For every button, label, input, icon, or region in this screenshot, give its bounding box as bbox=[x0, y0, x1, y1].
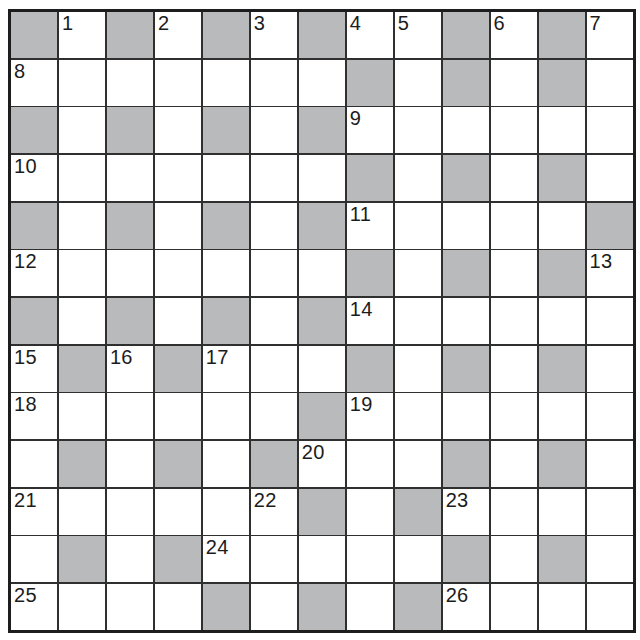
cell-r11c2[interactable] bbox=[59, 489, 105, 535]
cell-r7c9[interactable] bbox=[395, 298, 441, 344]
clue-number-9: 9 bbox=[350, 108, 361, 129]
cell-r12c3[interactable] bbox=[107, 536, 153, 582]
cell-r10c9[interactable] bbox=[395, 441, 441, 487]
clue-number-14: 14 bbox=[350, 299, 373, 320]
cell-r7c12[interactable] bbox=[539, 298, 585, 344]
cell-r12c13[interactable] bbox=[587, 536, 633, 582]
clue-number-24: 24 bbox=[206, 537, 229, 558]
cell-r4c9[interactable] bbox=[395, 155, 441, 201]
cell-r3c13[interactable] bbox=[587, 107, 633, 153]
cell-r11c8[interactable] bbox=[347, 489, 393, 535]
cell-r9c4[interactable] bbox=[155, 393, 201, 439]
cell-r6c5[interactable] bbox=[203, 250, 249, 296]
cell-r11c13[interactable] bbox=[587, 489, 633, 535]
cell-r9c8[interactable]: 19 bbox=[347, 393, 393, 439]
clue-number-4: 4 bbox=[350, 13, 361, 34]
cell-r7c13[interactable] bbox=[587, 298, 633, 344]
cell-r7c10[interactable] bbox=[443, 298, 489, 344]
block-cell-r10c10 bbox=[443, 441, 489, 487]
cell-r5c4[interactable] bbox=[155, 203, 201, 249]
clue-number-2: 2 bbox=[158, 13, 169, 34]
block-cell-r12c10 bbox=[443, 536, 489, 582]
cell-r13c6[interactable] bbox=[251, 584, 297, 630]
cell-r12c5[interactable]: 24 bbox=[203, 536, 249, 582]
block-cell-r8c10 bbox=[443, 346, 489, 392]
cell-r4c4[interactable] bbox=[155, 155, 201, 201]
cell-r10c8[interactable] bbox=[347, 441, 393, 487]
cell-r12c9[interactable] bbox=[395, 536, 441, 582]
cell-r7c4[interactable] bbox=[155, 298, 201, 344]
block-cell-r8c12 bbox=[539, 346, 585, 392]
cell-r7c8[interactable]: 14 bbox=[347, 298, 393, 344]
cell-r13c4[interactable] bbox=[155, 584, 201, 630]
cell-r12c7[interactable] bbox=[299, 536, 345, 582]
cell-r8c7[interactable] bbox=[299, 346, 345, 392]
block-cell-r1c1 bbox=[11, 12, 57, 58]
block-cell-r6c10 bbox=[443, 250, 489, 296]
cell-r11c11[interactable] bbox=[491, 489, 537, 535]
cell-r6c6[interactable] bbox=[251, 250, 297, 296]
clue-number-20: 20 bbox=[302, 442, 325, 463]
crossword-grid: 1234567891011121314151617181920212223242… bbox=[8, 9, 636, 633]
cell-r4c5[interactable] bbox=[203, 155, 249, 201]
cell-r4c6[interactable] bbox=[251, 155, 297, 201]
block-cell-r3c1 bbox=[11, 107, 57, 153]
cell-r10c7[interactable]: 20 bbox=[299, 441, 345, 487]
cell-r2c4[interactable] bbox=[155, 60, 201, 106]
cell-r1c8[interactable]: 4 bbox=[347, 12, 393, 58]
clue-number-15: 15 bbox=[14, 347, 37, 368]
block-cell-r2c8 bbox=[347, 60, 393, 106]
clue-number-5: 5 bbox=[398, 13, 409, 34]
cell-r9c3[interactable] bbox=[107, 393, 153, 439]
cell-r5c2[interactable] bbox=[59, 203, 105, 249]
cell-r8c1[interactable]: 15 bbox=[11, 346, 57, 392]
clue-number-1: 1 bbox=[62, 13, 73, 34]
cell-r3c12[interactable] bbox=[539, 107, 585, 153]
cell-r5c10[interactable] bbox=[443, 203, 489, 249]
clue-number-8: 8 bbox=[14, 61, 25, 82]
cell-r13c11[interactable] bbox=[491, 584, 537, 630]
cell-r11c5[interactable] bbox=[203, 489, 249, 535]
cell-r7c11[interactable] bbox=[491, 298, 537, 344]
cell-r5c8[interactable]: 11 bbox=[347, 203, 393, 249]
cell-r1c11[interactable]: 6 bbox=[491, 12, 537, 58]
cell-r8c11[interactable] bbox=[491, 346, 537, 392]
block-cell-r10c4 bbox=[155, 441, 201, 487]
cell-r13c13[interactable] bbox=[587, 584, 633, 630]
block-cell-r8c4 bbox=[155, 346, 201, 392]
block-cell-r13c7 bbox=[299, 584, 345, 630]
block-cell-r7c7 bbox=[299, 298, 345, 344]
cell-r10c1[interactable] bbox=[11, 441, 57, 487]
block-cell-r7c5 bbox=[203, 298, 249, 344]
block-cell-r8c8 bbox=[347, 346, 393, 392]
cell-r7c6[interactable] bbox=[251, 298, 297, 344]
cell-r9c9[interactable] bbox=[395, 393, 441, 439]
block-cell-r5c3 bbox=[107, 203, 153, 249]
cell-r6c3[interactable] bbox=[107, 250, 153, 296]
cell-r10c11[interactable] bbox=[491, 441, 537, 487]
cell-r5c6[interactable] bbox=[251, 203, 297, 249]
cell-r6c7[interactable] bbox=[299, 250, 345, 296]
clue-number-22: 22 bbox=[254, 490, 277, 511]
cell-r10c13[interactable] bbox=[587, 441, 633, 487]
cell-r11c12[interactable] bbox=[539, 489, 585, 535]
cell-r9c13[interactable] bbox=[587, 393, 633, 439]
clue-number-19: 19 bbox=[350, 394, 373, 415]
cell-r3c8[interactable]: 9 bbox=[347, 107, 393, 153]
block-cell-r4c8 bbox=[347, 155, 393, 201]
block-cell-r2c12 bbox=[539, 60, 585, 106]
clue-number-26: 26 bbox=[446, 585, 469, 606]
block-cell-r3c3 bbox=[107, 107, 153, 153]
cell-r4c1[interactable]: 10 bbox=[11, 155, 57, 201]
block-cell-r10c12 bbox=[539, 441, 585, 487]
block-cell-r1c12 bbox=[539, 12, 585, 58]
cell-r2c3[interactable] bbox=[107, 60, 153, 106]
cell-r1c4[interactable]: 2 bbox=[155, 12, 201, 58]
block-cell-r3c5 bbox=[203, 107, 249, 153]
block-cell-r1c5 bbox=[203, 12, 249, 58]
block-cell-r12c12 bbox=[539, 536, 585, 582]
block-cell-r5c13 bbox=[587, 203, 633, 249]
cell-r9c5[interactable] bbox=[203, 393, 249, 439]
cell-r3c6[interactable] bbox=[251, 107, 297, 153]
cell-r6c2[interactable] bbox=[59, 250, 105, 296]
block-cell-r3c7 bbox=[299, 107, 345, 153]
cell-r2c5[interactable] bbox=[203, 60, 249, 106]
block-cell-r12c4 bbox=[155, 536, 201, 582]
clue-number-18: 18 bbox=[14, 394, 37, 415]
block-cell-r4c10 bbox=[443, 155, 489, 201]
cell-r5c12[interactable] bbox=[539, 203, 585, 249]
block-cell-r10c2 bbox=[59, 441, 105, 487]
cell-r4c7[interactable] bbox=[299, 155, 345, 201]
cell-r13c3[interactable] bbox=[107, 584, 153, 630]
crossword-page: 1234567891011121314151617181920212223242… bbox=[0, 0, 640, 640]
clue-number-23: 23 bbox=[446, 490, 469, 511]
block-cell-r7c3 bbox=[107, 298, 153, 344]
cell-r4c11[interactable] bbox=[491, 155, 537, 201]
cell-r11c4[interactable] bbox=[155, 489, 201, 535]
cell-r2c13[interactable] bbox=[587, 60, 633, 106]
cell-r4c13[interactable] bbox=[587, 155, 633, 201]
cell-r2c9[interactable] bbox=[395, 60, 441, 106]
cell-r8c9[interactable] bbox=[395, 346, 441, 392]
clue-number-3: 3 bbox=[254, 13, 265, 34]
block-cell-r1c10 bbox=[443, 12, 489, 58]
cell-r8c13[interactable] bbox=[587, 346, 633, 392]
cell-r2c6[interactable] bbox=[251, 60, 297, 106]
cell-r6c9[interactable] bbox=[395, 250, 441, 296]
clue-number-12: 12 bbox=[14, 251, 37, 272]
clue-number-10: 10 bbox=[14, 156, 37, 177]
block-cell-r6c12 bbox=[539, 250, 585, 296]
cell-r3c2[interactable] bbox=[59, 107, 105, 153]
block-cell-r5c5 bbox=[203, 203, 249, 249]
cell-r3c11[interactable] bbox=[491, 107, 537, 153]
cell-r13c1[interactable]: 25 bbox=[11, 584, 57, 630]
cell-r1c13[interactable]: 7 bbox=[587, 12, 633, 58]
cell-r11c1[interactable]: 21 bbox=[11, 489, 57, 535]
cell-r8c6[interactable] bbox=[251, 346, 297, 392]
cell-r7c2[interactable] bbox=[59, 298, 105, 344]
block-cell-r1c3 bbox=[107, 12, 153, 58]
cell-r3c4[interactable] bbox=[155, 107, 201, 153]
cell-r6c11[interactable] bbox=[491, 250, 537, 296]
cell-r13c10[interactable]: 26 bbox=[443, 584, 489, 630]
cell-r2c1[interactable]: 8 bbox=[11, 60, 57, 106]
block-cell-r4c12 bbox=[539, 155, 585, 201]
block-cell-r6c8 bbox=[347, 250, 393, 296]
clue-number-6: 6 bbox=[494, 13, 505, 34]
block-cell-r11c9 bbox=[395, 489, 441, 535]
clue-number-17: 17 bbox=[206, 347, 229, 368]
cell-r1c2[interactable]: 1 bbox=[59, 12, 105, 58]
clue-number-11: 11 bbox=[350, 204, 371, 225]
cell-r11c3[interactable] bbox=[107, 489, 153, 535]
cell-r1c6[interactable]: 3 bbox=[251, 12, 297, 58]
block-cell-r11c7 bbox=[299, 489, 345, 535]
clue-number-7: 7 bbox=[590, 13, 601, 34]
clue-number-25: 25 bbox=[14, 585, 37, 606]
cell-r13c8[interactable] bbox=[347, 584, 393, 630]
cell-r9c12[interactable] bbox=[539, 393, 585, 439]
cell-r2c2[interactable] bbox=[59, 60, 105, 106]
block-cell-r2c10 bbox=[443, 60, 489, 106]
cell-r13c2[interactable] bbox=[59, 584, 105, 630]
cell-r5c9[interactable] bbox=[395, 203, 441, 249]
cell-r2c7[interactable] bbox=[299, 60, 345, 106]
cell-r10c5[interactable] bbox=[203, 441, 249, 487]
block-cell-r5c1 bbox=[11, 203, 57, 249]
cell-r9c11[interactable] bbox=[491, 393, 537, 439]
cell-r10c3[interactable] bbox=[107, 441, 153, 487]
block-cell-r12c2 bbox=[59, 536, 105, 582]
cell-r9c10[interactable] bbox=[443, 393, 489, 439]
clue-number-21: 21 bbox=[14, 490, 37, 511]
block-cell-r7c1 bbox=[11, 298, 57, 344]
cell-r2c11[interactable] bbox=[491, 60, 537, 106]
cell-r5c11[interactable] bbox=[491, 203, 537, 249]
block-cell-r13c5 bbox=[203, 584, 249, 630]
clue-number-16: 16 bbox=[110, 347, 133, 368]
block-cell-r10c6 bbox=[251, 441, 297, 487]
block-cell-r5c7 bbox=[299, 203, 345, 249]
cell-r8c3[interactable]: 16 bbox=[107, 346, 153, 392]
cell-r4c2[interactable] bbox=[59, 155, 105, 201]
cell-r13c12[interactable] bbox=[539, 584, 585, 630]
block-cell-r13c9 bbox=[395, 584, 441, 630]
cell-r4c3[interactable] bbox=[107, 155, 153, 201]
cell-r11c6[interactable]: 22 bbox=[251, 489, 297, 535]
cell-r3c10[interactable] bbox=[443, 107, 489, 153]
cell-r6c4[interactable] bbox=[155, 250, 201, 296]
cell-r6c13[interactable]: 13 bbox=[587, 250, 633, 296]
block-cell-r8c2 bbox=[59, 346, 105, 392]
cell-r12c6[interactable] bbox=[251, 536, 297, 582]
block-cell-r1c7 bbox=[299, 12, 345, 58]
cell-r6c1[interactable]: 12 bbox=[11, 250, 57, 296]
cell-r12c1[interactable] bbox=[11, 536, 57, 582]
cell-r1c9[interactable]: 5 bbox=[395, 12, 441, 58]
cell-r11c10[interactable]: 23 bbox=[443, 489, 489, 535]
cell-r12c11[interactable] bbox=[491, 536, 537, 582]
cell-r9c1[interactable]: 18 bbox=[11, 393, 57, 439]
cell-r9c2[interactable] bbox=[59, 393, 105, 439]
cell-r9c6[interactable] bbox=[251, 393, 297, 439]
cell-r8c5[interactable]: 17 bbox=[203, 346, 249, 392]
block-cell-r9c7 bbox=[299, 393, 345, 439]
cell-r3c9[interactable] bbox=[395, 107, 441, 153]
cell-r12c8[interactable] bbox=[347, 536, 393, 582]
clue-number-13: 13 bbox=[590, 251, 613, 272]
